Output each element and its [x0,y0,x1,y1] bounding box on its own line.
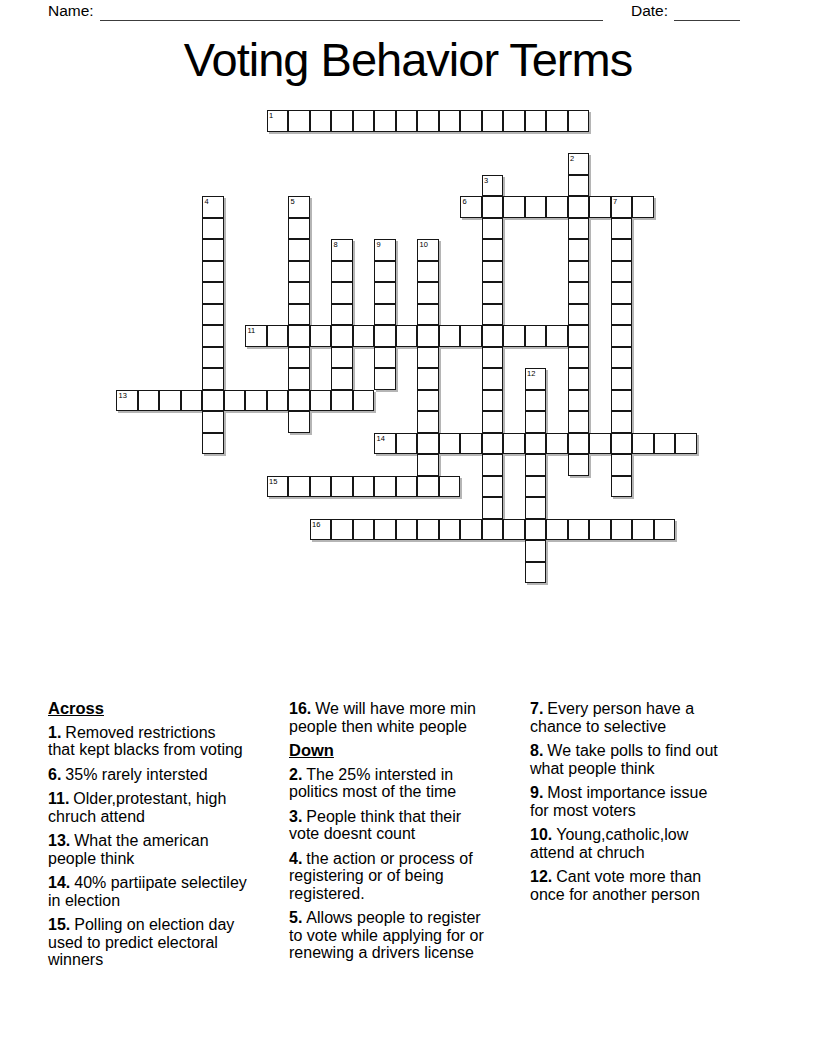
grid-cell[interactable] [525,196,547,218]
grid-cell[interactable] [482,368,504,390]
grid-cell[interactable] [288,411,310,433]
grid-cell[interactable] [288,368,310,390]
grid-cell[interactable] [202,282,224,304]
grid-cell[interactable] [202,347,224,369]
grid-cell[interactable] [417,347,439,369]
grid-cell[interactable] [374,261,396,283]
grid-cell[interactable] [503,325,525,347]
grid-cell[interactable] [417,390,439,412]
grid-cell[interactable] [310,325,332,347]
grid-cell[interactable] [288,110,310,132]
grid-cell[interactable] [374,304,396,326]
grid-cell[interactable] [288,261,310,283]
grid-cell[interactable] [417,304,439,326]
grid-cell[interactable] [439,110,461,132]
grid-cell[interactable] [310,390,332,412]
grid-cell[interactable] [267,390,289,412]
grid-cell[interactable] [439,519,461,541]
clue-number: 16 [312,520,320,529]
grid-cell[interactable]: 7 [611,196,633,218]
grid-cell[interactable] [525,110,547,132]
grid-cell[interactable] [611,454,633,476]
grid-cell[interactable] [525,411,547,433]
grid-cell[interactable] [288,282,310,304]
grid-cell[interactable] [396,433,418,455]
grid-cell[interactable] [568,282,590,304]
grid-cell[interactable] [503,196,525,218]
grid-cell[interactable]: 1 [267,110,289,132]
grid-cell[interactable] [482,325,504,347]
grid-cell[interactable] [331,325,353,347]
grid-cell[interactable] [611,325,633,347]
clue-number: 6 [463,197,467,206]
grid-cell[interactable] [245,390,267,412]
grid-cell[interactable] [353,110,375,132]
grid-cell[interactable] [525,390,547,412]
grid-cell[interactable] [482,110,504,132]
grid-cell[interactable] [417,476,439,498]
grid-cell[interactable] [202,261,224,283]
grid-cell[interactable] [396,325,418,347]
clue-text: Young,catholic,low attend at chruch [530,826,688,861]
clue-number: 10. [530,826,552,843]
clue-text: Every person have a chance to selective [530,700,694,735]
grid-cell[interactable] [568,218,590,240]
clue: 8.We take polls to find out what people … [530,742,768,777]
clue-number: 5. [289,909,302,926]
grid-cell[interactable] [460,519,482,541]
grid-cell[interactable] [202,390,224,412]
clue-text: People think that their vote doesnt coun… [289,808,461,843]
grid-cell[interactable] [546,110,568,132]
grid-cell[interactable] [589,519,611,541]
grid-cell[interactable] [482,347,504,369]
clue: 15.Polling on election day used to predi… [48,916,286,969]
grid-cell[interactable] [439,476,461,498]
page-title: Voting Behavior Terms [0,32,816,87]
grid-cell[interactable] [482,261,504,283]
clue: 16.We will have more min people then whi… [289,700,527,735]
clue-text: What the american people think [48,832,209,867]
grid-cell[interactable] [611,519,633,541]
grid-cell[interactable] [525,454,547,476]
clue-number: 9 [377,240,381,249]
grid-cell[interactable] [396,476,418,498]
name-input-line[interactable] [100,6,603,21]
grid-cell[interactable] [654,433,676,455]
grid-cell[interactable] [331,282,353,304]
grid-cell[interactable] [482,411,504,433]
grid-cell[interactable] [611,433,633,455]
grid-cell[interactable] [568,196,590,218]
clue-number: 3. [289,808,302,825]
name-label: Name: [48,2,94,21]
grid-cell[interactable] [202,218,224,240]
grid-cell[interactable] [546,433,568,455]
clue-section-heading: Down [289,742,527,760]
grid-cell[interactable] [482,454,504,476]
grid-cell[interactable] [138,390,160,412]
grid-cell[interactable] [353,325,375,347]
grid-cell[interactable] [374,476,396,498]
grid-cell[interactable] [503,110,525,132]
grid-cell[interactable] [568,519,590,541]
clue: 4.the action or process of registering o… [289,850,527,903]
grid-cell[interactable] [288,239,310,261]
grid-cell[interactable] [525,519,547,541]
grid-cell[interactable] [589,433,611,455]
clue-column: 16.We will have more min people then whi… [289,700,527,969]
grid-cell[interactable] [353,390,375,412]
grid-cell[interactable] [460,110,482,132]
grid-cell[interactable] [374,347,396,369]
grid-cell[interactable] [439,433,461,455]
grid-cell[interactable] [611,368,633,390]
grid-cell[interactable] [546,325,568,347]
grid-cell[interactable] [353,519,375,541]
clue-number: 11 [248,326,256,335]
clue-text: 35% rarely intersted [65,766,207,783]
date-label: Date: [631,2,668,21]
grid-cell[interactable] [224,390,246,412]
grid-cell[interactable] [310,476,332,498]
grid-cell[interactable] [525,476,547,498]
worksheet-header: Name: Date: [48,2,740,21]
clue-number: 8. [530,742,543,759]
clue-number: 8 [334,240,338,249]
clue: 10.Young,catholic,low attend at chruch [530,826,768,861]
grid-cell[interactable] [417,433,439,455]
clue-number: 13 [119,391,127,400]
grid-cell[interactable] [288,347,310,369]
grid-cell[interactable] [482,282,504,304]
clue-number: 12 [527,369,535,378]
grid-cell[interactable] [374,282,396,304]
grid-cell[interactable] [525,497,547,519]
grid-cell[interactable] [611,282,633,304]
grid-cell[interactable]: 16 [310,519,332,541]
grid-cell[interactable] [568,347,590,369]
grid-cell[interactable] [589,196,611,218]
clue: 3.People think that their vote doesnt co… [289,808,527,843]
grid-cell[interactable] [611,304,633,326]
grid-cell[interactable] [568,390,590,412]
grid-cell[interactable] [632,196,654,218]
grid-cell[interactable] [568,239,590,261]
grid-cell[interactable] [482,196,504,218]
grid-cell[interactable] [568,411,590,433]
grid-cell[interactable] [482,390,504,412]
grid-cell[interactable]: 6 [460,196,482,218]
grid-cell[interactable] [460,325,482,347]
clue-number: 16. [289,700,311,717]
grid-cell[interactable]: 5 [288,196,310,218]
clue-text: Cant vote more than once for another per… [530,868,701,903]
grid-cell[interactable] [482,497,504,519]
grid-cell[interactable] [310,110,332,132]
clue-text: Removed restrictions that kept blacks fr… [48,724,243,759]
clue-number: 3 [484,176,488,185]
grid-cell[interactable] [482,218,504,240]
grid-cell[interactable] [374,110,396,132]
clue-number: 6. [48,766,61,783]
grid-cell[interactable] [417,454,439,476]
grid-cell[interactable] [417,368,439,390]
grid-cell[interactable] [374,325,396,347]
grid-cell[interactable] [202,368,224,390]
clue-number: 5 [291,197,295,206]
grid-cell[interactable] [288,218,310,240]
grid-cell[interactable] [202,239,224,261]
grid-cell[interactable] [568,261,590,283]
grid-cell[interactable] [632,433,654,455]
clue-text: 40% partiipate selectiley in election [48,874,247,909]
clue-text: the action or process of registering or … [289,850,473,902]
clue-number: 4. [289,850,302,867]
grid-cell[interactable] [568,454,590,476]
clue: 12.Cant vote more than once for another … [530,868,768,903]
grid-cell[interactable] [202,304,224,326]
grid-cell[interactable] [611,347,633,369]
clue-section-heading: Across [48,700,286,718]
grid-cell[interactable]: 10 [417,239,439,261]
clue-number: 4 [205,197,209,206]
clue-number: 1 [269,111,273,120]
grid-cell[interactable] [202,411,224,433]
grid-cell[interactable] [503,433,525,455]
grid-cell[interactable] [417,325,439,347]
grid-cell[interactable] [482,433,504,455]
clue-number: 2 [570,154,574,163]
clue-number: 15. [48,916,70,933]
clue: 9.Most importance issue for most voters [530,784,768,819]
grid-cell[interactable] [331,261,353,283]
grid-cell[interactable] [267,325,289,347]
grid-cell[interactable] [331,476,353,498]
grid-cell[interactable] [396,519,418,541]
clue-text: The 25% intersted in politics most of th… [289,766,456,801]
grid-cell[interactable] [288,304,310,326]
grid-cell[interactable] [568,433,590,455]
grid-cell[interactable] [654,519,676,541]
grid-cell[interactable] [374,519,396,541]
grid-cell[interactable] [611,390,633,412]
clue: 7.Every person have a chance to selectiv… [530,700,768,735]
grid-cell[interactable] [568,325,590,347]
grid-cell[interactable] [417,261,439,283]
crossword-grid: 12345678910111213141516 [116,110,697,583]
grid-cell[interactable]: 8 [331,239,353,261]
grid-cell[interactable] [611,239,633,261]
grid-cell[interactable] [374,368,396,390]
grid-cell[interactable] [525,540,547,562]
grid-cell[interactable]: 11 [245,325,267,347]
grid-cell[interactable] [417,110,439,132]
grid-cell[interactable] [331,519,353,541]
grid-cell[interactable] [675,433,697,455]
clue-number: 15 [269,477,277,486]
grid-cell[interactable]: 13 [116,390,138,412]
clue: 11.Older,protestant, high chruch attend [48,790,286,825]
grid-cell[interactable] [331,304,353,326]
grid-cell[interactable] [611,476,633,498]
grid-cell[interactable] [439,325,461,347]
clue-number: 12. [530,868,552,885]
grid-cell[interactable] [331,390,353,412]
clue-number: 14 [377,434,385,443]
grid-cell[interactable] [202,325,224,347]
clue-text: Most importance issue for most voters [530,784,707,819]
grid-cell[interactable] [503,519,525,541]
clue-number: 7. [530,700,543,717]
clue-text: Older,protestant, high chruch attend [48,790,226,825]
clue: 1.Removed restrictions that kept blacks … [48,724,286,759]
grid-cell[interactable] [353,476,375,498]
grid-cell[interactable] [525,433,547,455]
grid-cell[interactable] [525,562,547,584]
grid-cell[interactable] [417,282,439,304]
clue-text: Allows people to register to vote while … [289,909,484,961]
grid-cell[interactable] [159,390,181,412]
clue-text: Polling on election day used to predict … [48,916,234,968]
grid-cell[interactable] [331,347,353,369]
grid-cell[interactable] [632,519,654,541]
grid-cell[interactable] [331,110,353,132]
grid-cell[interactable] [611,411,633,433]
grid-cell[interactable]: 3 [482,175,504,197]
grid-cell[interactable] [288,476,310,498]
clue-text: We take polls to find out what people th… [530,742,718,777]
grid-cell[interactable] [611,218,633,240]
grid-cell[interactable]: 12 [525,368,547,390]
grid-cell[interactable] [611,261,633,283]
grid-cell[interactable]: 9 [374,239,396,261]
grid-cell[interactable]: 4 [202,196,224,218]
clue-number: 13. [48,832,70,849]
clue-column: 7.Every person have a chance to selectiv… [530,700,768,910]
grid-cell[interactable] [568,110,590,132]
grid-cell[interactable] [546,519,568,541]
grid-cell[interactable] [482,519,504,541]
clue-number: 11. [48,790,69,807]
grid-cell[interactable] [181,390,203,412]
grid-cell[interactable] [288,325,310,347]
grid-cell[interactable] [288,390,310,412]
clue-column: Across1.Removed restrictions that kept b… [48,700,286,976]
grid-cell[interactable] [525,325,547,347]
clue: 13.What the american people think [48,832,286,867]
clue: 14.40% partiipate selectiley in election [48,874,286,909]
grid-cell[interactable] [460,433,482,455]
date-input-line[interactable] [674,6,740,21]
clue: 5.Allows people to register to vote whil… [289,909,527,962]
clue-text: We will have more min people then white … [289,700,476,735]
grid-cell[interactable] [568,175,590,197]
clue-number: 14. [48,874,70,891]
grid-cell[interactable] [331,368,353,390]
grid-cell[interactable] [482,239,504,261]
grid-cell[interactable]: 15 [267,476,289,498]
clue: 6.35% rarely intersted [48,766,286,784]
clue-number: 10 [420,240,428,249]
clue-number: 9. [530,784,543,801]
grid-cell[interactable] [568,304,590,326]
grid-cell[interactable] [202,433,224,455]
grid-cell[interactable] [396,110,418,132]
clue: 2.The 25% intersted in politics most of … [289,766,527,801]
clue-number: 2. [289,766,302,783]
clue-number: 1. [48,724,61,741]
grid-cell[interactable] [417,519,439,541]
grid-cell[interactable]: 14 [374,433,396,455]
clue-number: 7 [613,197,617,206]
grid-cell[interactable]: 2 [568,153,590,175]
grid-cell[interactable] [482,476,504,498]
grid-cell[interactable] [417,411,439,433]
grid-cell[interactable] [568,368,590,390]
grid-cell[interactable] [546,196,568,218]
grid-cell[interactable] [482,304,504,326]
